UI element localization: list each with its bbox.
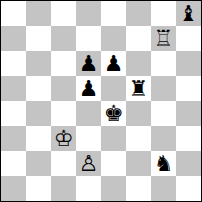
- square-f3[interactable]: [126, 126, 151, 151]
- square-b4[interactable]: [26, 101, 51, 126]
- square-a4[interactable]: [1, 101, 26, 126]
- square-d7[interactable]: [76, 26, 101, 51]
- black-rook: ♜: [126, 76, 151, 101]
- square-b1[interactable]: [26, 176, 51, 201]
- square-e4[interactable]: ♚: [101, 101, 126, 126]
- square-g2[interactable]: ♞: [151, 151, 176, 176]
- square-g7[interactable]: ♖: [151, 26, 176, 51]
- square-h5[interactable]: [176, 76, 201, 101]
- square-f2[interactable]: [126, 151, 151, 176]
- black-bishop: ♝: [176, 1, 201, 26]
- white-pawn: ♙: [76, 151, 101, 176]
- square-a2[interactable]: [1, 151, 26, 176]
- square-e3[interactable]: [101, 126, 126, 151]
- square-c3[interactable]: ♔: [51, 126, 76, 151]
- white-king: ♔: [51, 126, 76, 151]
- square-d5[interactable]: ♟: [76, 76, 101, 101]
- square-d4[interactable]: [76, 101, 101, 126]
- square-h3[interactable]: [176, 126, 201, 151]
- square-c1[interactable]: [51, 176, 76, 201]
- black-king: ♚: [101, 101, 126, 126]
- square-f7[interactable]: [126, 26, 151, 51]
- square-a5[interactable]: [1, 76, 26, 101]
- square-b2[interactable]: [26, 151, 51, 176]
- square-c6[interactable]: [51, 51, 76, 76]
- square-g5[interactable]: [151, 76, 176, 101]
- square-f8[interactable]: [126, 1, 151, 26]
- square-c8[interactable]: [51, 1, 76, 26]
- square-h1[interactable]: [176, 176, 201, 201]
- square-e8[interactable]: [101, 1, 126, 26]
- square-d3[interactable]: [76, 126, 101, 151]
- square-b8[interactable]: [26, 1, 51, 26]
- square-e7[interactable]: [101, 26, 126, 51]
- square-f6[interactable]: [126, 51, 151, 76]
- square-c4[interactable]: [51, 101, 76, 126]
- square-f4[interactable]: [126, 101, 151, 126]
- square-g8[interactable]: [151, 1, 176, 26]
- square-g3[interactable]: [151, 126, 176, 151]
- square-e1[interactable]: [101, 176, 126, 201]
- square-b3[interactable]: [26, 126, 51, 151]
- chess-board: ♝♖♟♟♟♜♚♔♙♞: [0, 0, 202, 202]
- white-rook: ♖: [151, 26, 176, 51]
- black-pawn: ♟: [101, 51, 126, 76]
- square-d8[interactable]: [76, 1, 101, 26]
- square-a7[interactable]: [1, 26, 26, 51]
- square-f1[interactable]: [126, 176, 151, 201]
- square-h2[interactable]: [176, 151, 201, 176]
- square-a8[interactable]: [1, 1, 26, 26]
- square-b7[interactable]: [26, 26, 51, 51]
- square-a3[interactable]: [1, 126, 26, 151]
- square-f5[interactable]: ♜: [126, 76, 151, 101]
- square-h6[interactable]: [176, 51, 201, 76]
- square-c5[interactable]: [51, 76, 76, 101]
- square-e5[interactable]: [101, 76, 126, 101]
- black-pawn: ♟: [76, 76, 101, 101]
- square-h8[interactable]: ♝: [176, 1, 201, 26]
- black-knight: ♞: [151, 151, 176, 176]
- square-a6[interactable]: [1, 51, 26, 76]
- square-d1[interactable]: [76, 176, 101, 201]
- square-d6[interactable]: ♟: [76, 51, 101, 76]
- square-b6[interactable]: [26, 51, 51, 76]
- square-g4[interactable]: [151, 101, 176, 126]
- square-c7[interactable]: [51, 26, 76, 51]
- square-g6[interactable]: [151, 51, 176, 76]
- square-e6[interactable]: ♟: [101, 51, 126, 76]
- square-g1[interactable]: [151, 176, 176, 201]
- square-a1[interactable]: [1, 176, 26, 201]
- black-pawn: ♟: [76, 51, 101, 76]
- square-b5[interactable]: [26, 76, 51, 101]
- square-e2[interactable]: [101, 151, 126, 176]
- square-c2[interactable]: [51, 151, 76, 176]
- square-h4[interactable]: [176, 101, 201, 126]
- square-d2[interactable]: ♙: [76, 151, 101, 176]
- square-h7[interactable]: [176, 26, 201, 51]
